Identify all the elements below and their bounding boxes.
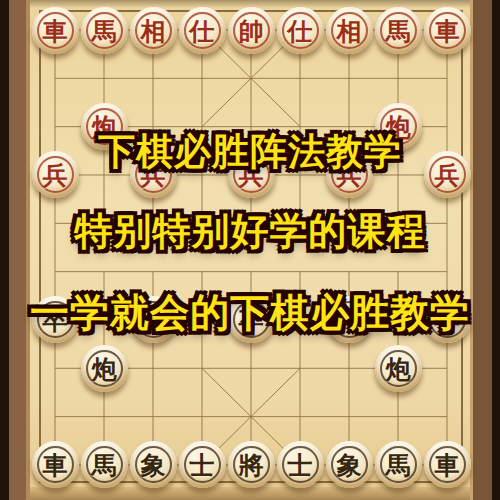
xiangqi-app-screen: 車馬相仕帥仕相馬車炮炮兵兵兵兵兵卒卒卒卒卒炮炮車馬象士將士象馬車 下棋必胜阵法教… (0, 0, 500, 500)
piece-red-advisor[interactable]: 仕 (179, 7, 226, 54)
piece-glyph: 相 (141, 19, 166, 44)
piece-glyph: 車 (435, 453, 460, 478)
piece-glyph: 象 (141, 453, 166, 478)
piece-glyph: 馬 (92, 19, 117, 44)
piece-glyph: 帥 (239, 19, 264, 44)
piece-glyph: 士 (190, 453, 215, 478)
piece-glyph: 車 (435, 19, 460, 44)
piece-black-advisor[interactable]: 士 (277, 441, 324, 488)
piece-red-general[interactable]: 帥 (228, 7, 275, 54)
piece-red-horse[interactable]: 馬 (81, 7, 128, 54)
piece-glyph: 仕 (190, 19, 215, 44)
piece-black-chariot[interactable]: 車 (424, 441, 471, 488)
piece-red-advisor[interactable]: 仕 (277, 7, 324, 54)
caption-line-2: 特别特别好学的课程 (0, 211, 500, 253)
piece-black-cannon[interactable]: 炮 (375, 345, 422, 392)
piece-glyph: 炮 (92, 357, 117, 382)
piece-glyph: 相 (337, 19, 362, 44)
piece-red-chariot[interactable]: 車 (424, 7, 471, 54)
piece-black-horse[interactable]: 馬 (81, 441, 128, 488)
caption-line-1: 下棋必胜阵法教学 (0, 132, 500, 173)
piece-red-elephant[interactable]: 相 (130, 7, 177, 54)
piece-glyph: 炮 (386, 357, 411, 382)
piece-glyph: 將 (239, 453, 264, 478)
piece-glyph: 車 (43, 19, 68, 44)
piece-red-elephant[interactable]: 相 (326, 7, 373, 54)
piece-black-chariot[interactable]: 車 (32, 441, 79, 488)
piece-glyph: 象 (337, 453, 362, 478)
piece-glyph: 仕 (288, 19, 313, 44)
piece-glyph: 車 (43, 453, 68, 478)
piece-black-horse[interactable]: 馬 (375, 441, 422, 488)
caption-line-3: 一学就会的下棋必胜教学 (0, 292, 500, 335)
piece-glyph: 馬 (386, 453, 411, 478)
piece-black-advisor[interactable]: 士 (179, 441, 226, 488)
piece-black-cannon[interactable]: 炮 (81, 345, 128, 392)
piece-black-elephant[interactable]: 象 (130, 441, 177, 488)
piece-red-chariot[interactable]: 車 (32, 7, 79, 54)
piece-black-elephant[interactable]: 象 (326, 441, 373, 488)
board-bottom-bevel (30, 487, 470, 500)
piece-glyph: 士 (288, 453, 313, 478)
piece-black-general[interactable]: 將 (228, 441, 275, 488)
piece-glyph: 馬 (386, 19, 411, 44)
piece-red-horse[interactable]: 馬 (375, 7, 422, 54)
piece-glyph: 馬 (92, 453, 117, 478)
